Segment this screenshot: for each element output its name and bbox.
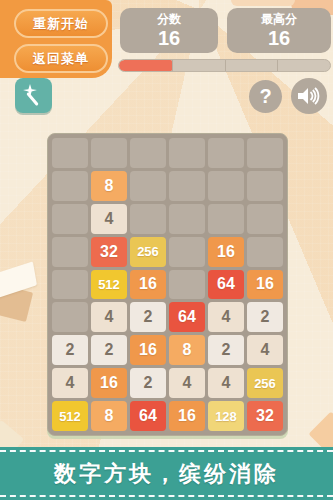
- help-button[interactable]: ?: [249, 80, 282, 113]
- game-screen: 重新开始 返回菜单 分数 16 最高分 16 ?: [0, 0, 333, 500]
- board-cell-empty[interactable]: [169, 171, 205, 201]
- tile-8[interactable]: 8: [169, 335, 205, 365]
- best-score-value: 16: [227, 26, 331, 50]
- tile-4[interactable]: 4: [247, 335, 283, 365]
- board-cell-empty[interactable]: [208, 171, 244, 201]
- tile-4[interactable]: 4: [91, 302, 127, 332]
- tile-4[interactable]: 4: [52, 368, 88, 398]
- tile-64[interactable]: 64: [169, 302, 205, 332]
- board-cell-empty[interactable]: [169, 270, 205, 300]
- board-cell-empty[interactable]: [208, 204, 244, 234]
- tile-4[interactable]: 4: [91, 204, 127, 234]
- board-cell-empty[interactable]: [52, 138, 88, 168]
- progress-fill: [119, 60, 172, 71]
- board-cell-empty[interactable]: [169, 138, 205, 168]
- board-cell-empty[interactable]: [52, 237, 88, 267]
- tile-2[interactable]: 2: [247, 302, 283, 332]
- board-cell-empty[interactable]: [247, 237, 283, 267]
- board-cell-empty[interactable]: [169, 204, 205, 234]
- board-cell-empty[interactable]: [52, 171, 88, 201]
- board-cell-empty[interactable]: [52, 270, 88, 300]
- board-cell-empty[interactable]: [169, 237, 205, 267]
- score-panel: 分数 16: [120, 8, 218, 53]
- tile-16[interactable]: 16: [130, 335, 166, 365]
- tile-4[interactable]: 4: [208, 302, 244, 332]
- peach-strip: [231, 0, 295, 6]
- board-cell-empty[interactable]: [247, 171, 283, 201]
- tile-8[interactable]: 8: [91, 401, 127, 431]
- sound-button[interactable]: [291, 78, 327, 114]
- tile-4[interactable]: 4: [208, 368, 244, 398]
- board-cell-empty[interactable]: [208, 138, 244, 168]
- best-score-panel: 最高分 16: [227, 8, 331, 53]
- tile-2[interactable]: 2: [52, 335, 88, 365]
- tile-2[interactable]: 2: [91, 335, 127, 365]
- board-cell-empty[interactable]: [130, 204, 166, 234]
- score-label: 分数: [120, 12, 218, 26]
- tile-512[interactable]: 512: [91, 270, 127, 300]
- board-cell-empty[interactable]: [247, 204, 283, 234]
- tile-128[interactable]: 128: [208, 401, 244, 431]
- magic-wand-button[interactable]: [15, 78, 52, 113]
- tile-256[interactable]: 256: [130, 237, 166, 267]
- tile-512[interactable]: 512: [52, 401, 88, 431]
- tile-2[interactable]: 2: [130, 302, 166, 332]
- tile-16[interactable]: 16: [208, 237, 244, 267]
- tile-64[interactable]: 64: [130, 401, 166, 431]
- tile-32[interactable]: 32: [91, 237, 127, 267]
- question-mark-icon: ?: [259, 85, 271, 108]
- board-cell-empty[interactable]: [91, 138, 127, 168]
- tile-8[interactable]: 8: [91, 171, 127, 201]
- tile-16[interactable]: 16: [247, 270, 283, 300]
- speaker-icon: [297, 85, 321, 107]
- tile-16[interactable]: 16: [169, 401, 205, 431]
- tile-16[interactable]: 16: [91, 368, 127, 398]
- bottom-banner: 数字方块，缤纷消除: [0, 447, 333, 500]
- back-to-menu-button[interactable]: 返回菜单: [14, 44, 108, 73]
- board-cell-empty[interactable]: [247, 138, 283, 168]
- board-cell-empty[interactable]: [52, 302, 88, 332]
- board-cell-empty[interactable]: [52, 204, 88, 234]
- tile-64[interactable]: 64: [208, 270, 244, 300]
- tile-2[interactable]: 2: [208, 335, 244, 365]
- banner-text: 数字方块，缤纷消除: [54, 459, 279, 489]
- tile-32[interactable]: 32: [247, 401, 283, 431]
- restart-button[interactable]: 重新开始: [14, 9, 108, 38]
- tile-256[interactable]: 256: [247, 368, 283, 398]
- board-cell-empty[interactable]: [130, 171, 166, 201]
- best-score-label: 最高分: [227, 12, 331, 26]
- progress-bar: [118, 59, 331, 72]
- progress-divider: [172, 60, 173, 71]
- progress-divider: [225, 60, 226, 71]
- decorative-cube: [0, 266, 44, 328]
- board-grid: 8432256165121664164264422216824416244256…: [47, 133, 288, 436]
- progress-divider: [277, 60, 278, 71]
- score-value: 16: [120, 26, 218, 50]
- tile-2[interactable]: 2: [130, 368, 166, 398]
- magic-wand-icon: [21, 83, 47, 108]
- board-cell-empty[interactable]: [130, 138, 166, 168]
- tile-16[interactable]: 16: [130, 270, 166, 300]
- tile-4[interactable]: 4: [169, 368, 205, 398]
